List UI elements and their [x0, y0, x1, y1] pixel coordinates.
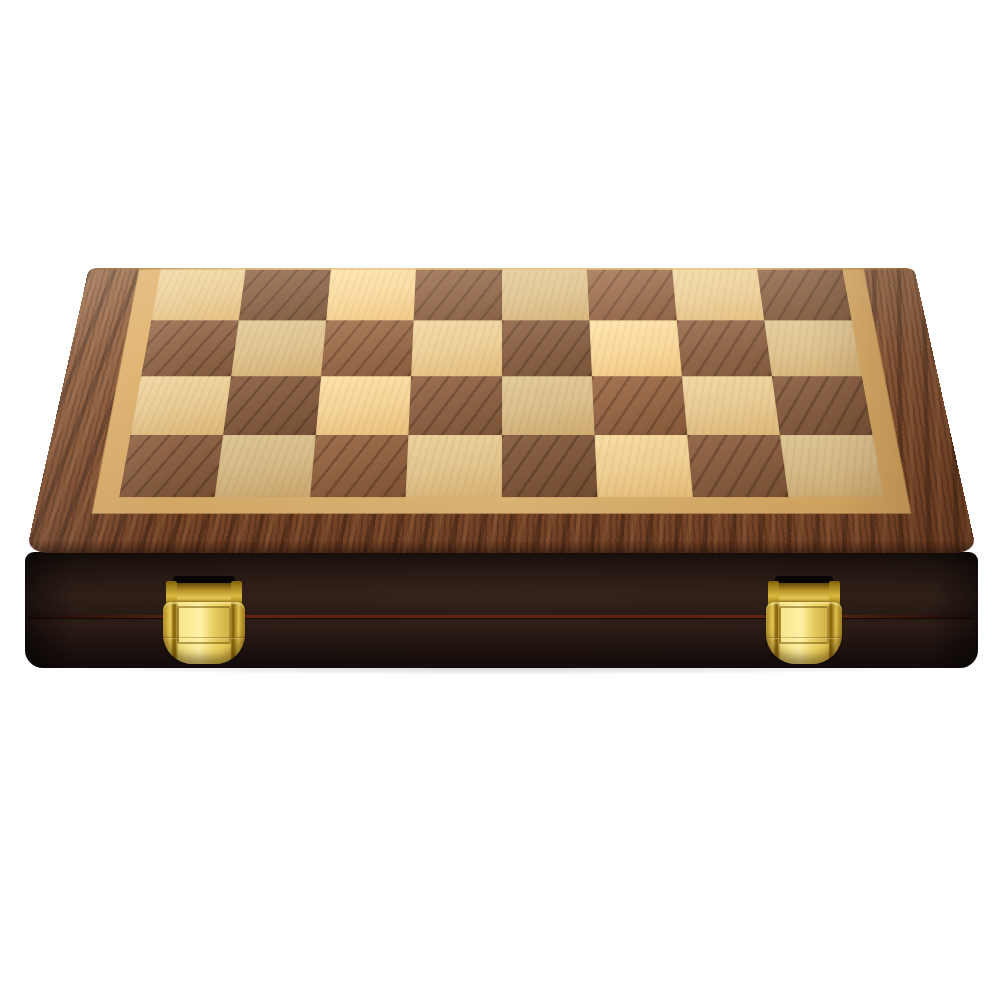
board-square — [502, 268, 590, 320]
latch-hasp — [770, 583, 838, 604]
board-square — [682, 376, 780, 435]
board-square — [141, 321, 239, 376]
board-square — [316, 376, 411, 435]
board-square — [215, 435, 316, 497]
board-top-surface — [26, 268, 977, 553]
gold-latch-right — [766, 576, 842, 664]
board-square — [687, 435, 788, 497]
board-square — [151, 268, 246, 320]
board-square — [231, 321, 326, 376]
board-square — [411, 321, 501, 376]
board-square — [672, 268, 764, 320]
board-square — [223, 376, 321, 435]
board-square — [326, 268, 416, 320]
board-square — [592, 376, 687, 435]
chess-box-product-photo — [0, 0, 1000, 1000]
chessboard-grid — [119, 268, 884, 497]
gold-latch-left — [163, 576, 245, 664]
board-square — [772, 376, 873, 435]
board-square — [502, 435, 598, 497]
board-square — [321, 321, 414, 376]
board-square — [502, 321, 592, 376]
board-square — [119, 435, 223, 497]
board-square — [406, 435, 502, 497]
board-square — [130, 376, 231, 435]
latch-body — [766, 602, 842, 664]
board-square — [409, 376, 502, 435]
latch-body — [163, 602, 245, 664]
board-square — [587, 268, 677, 320]
board-square — [757, 268, 852, 320]
latch-hasp — [167, 583, 241, 604]
board-square — [239, 268, 331, 320]
board-square — [677, 321, 772, 376]
board-square — [594, 435, 692, 497]
board-square — [310, 435, 408, 497]
board-square — [780, 435, 884, 497]
board-square — [764, 321, 862, 376]
board-square — [502, 376, 595, 435]
board-square — [414, 268, 502, 320]
board-square — [589, 321, 682, 376]
